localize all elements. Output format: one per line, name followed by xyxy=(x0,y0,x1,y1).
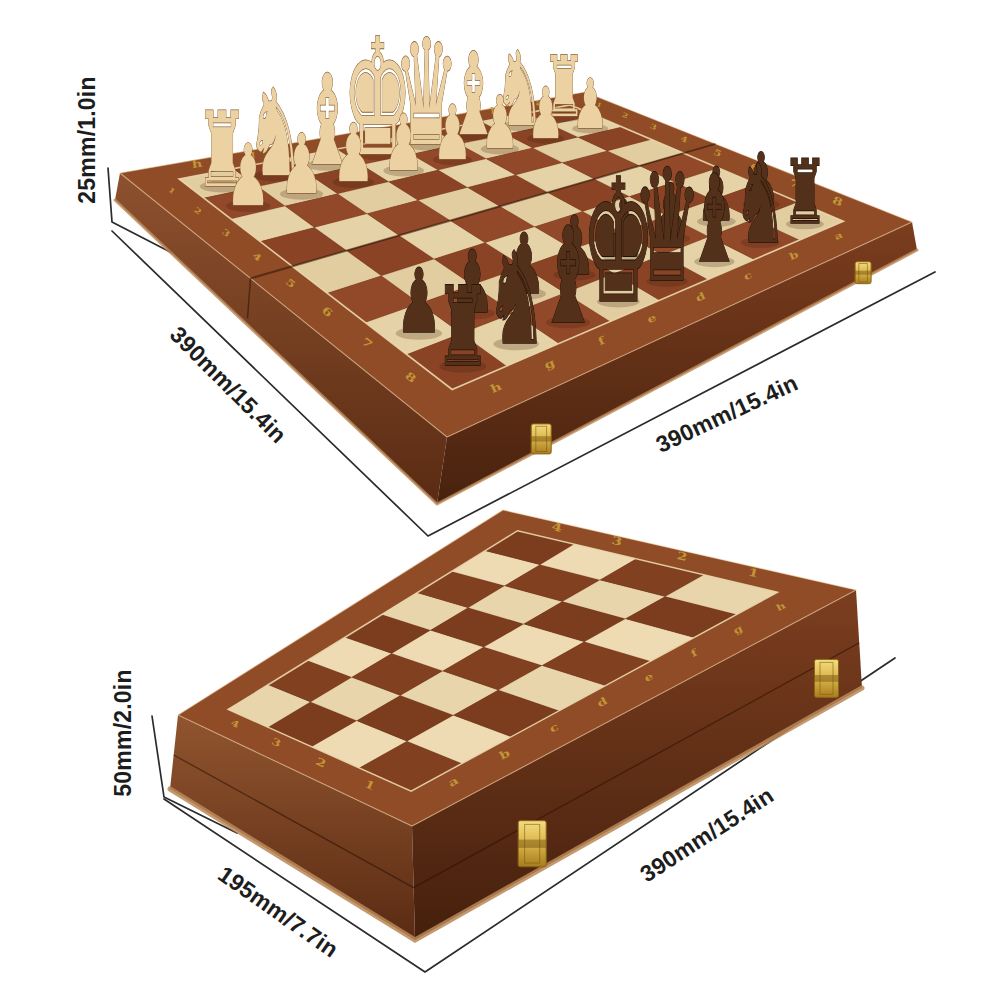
dimension-label-open-thickness: 25mm/1.0in xyxy=(74,76,101,203)
piece-white-pawn-g2: ♟ xyxy=(280,116,324,212)
piece-white-pawn-c2: ♟ xyxy=(480,80,519,165)
piece-white-pawn-d2: ♟ xyxy=(433,89,473,177)
closed-chess-box: 44332211abcdefgh xyxy=(170,510,862,940)
open-board-clasp-right-band xyxy=(855,271,871,275)
scene-svg: 1122334455667788hhggffeeddccbbaa♜♞♟♝♟♛♟♚… xyxy=(0,0,1001,1001)
dimension-label-closed-height: 50mm/2.0in xyxy=(110,669,137,796)
closed-box-clasp-right-band xyxy=(815,675,839,682)
product-photo: 1122334455667788hhggffeeddccbbaa♜♞♟♝♟♛♟♚… xyxy=(0,0,1001,1001)
open-chessboard: 1122334455667788hhggffeeddccbbaa♜♞♟♝♟♛♟♚… xyxy=(115,4,917,504)
piece-white-pawn-b2: ♟ xyxy=(527,72,565,155)
closed-box-clasp-left-band xyxy=(518,840,546,848)
piece-white-pawn-f2: ♟ xyxy=(332,107,374,201)
piece-black-rook-a8: ♜ xyxy=(782,141,827,244)
piece-black-knight-g8: ♞ xyxy=(485,224,548,373)
open-board-clasp-left-band xyxy=(531,436,551,441)
piece-white-pawn-a2: ♟ xyxy=(572,64,608,143)
piece-black-rook-h8: ♜ xyxy=(435,263,491,391)
piece-white-pawn-e2: ♟ xyxy=(383,98,424,188)
piece-white-pawn-h2: ♟ xyxy=(226,126,271,225)
